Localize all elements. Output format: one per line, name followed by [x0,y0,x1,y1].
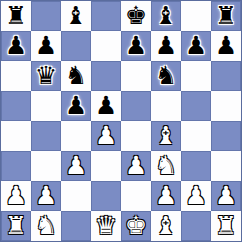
square-a5[interactable] [1,91,31,121]
square-f6[interactable]: ♞ [151,61,181,91]
square-e4[interactable] [121,121,151,151]
black-pawn-e7: ♟ [125,31,147,61]
square-c2[interactable] [61,181,91,211]
square-f1[interactable]: ♝ [151,211,181,241]
square-h5[interactable] [211,91,241,121]
black-pawn-b7: ♟ [35,31,57,61]
black-queen-b6: ♛ [35,61,57,91]
white-pawn-c3: ♟ [65,151,87,181]
square-f3[interactable]: ♞ [151,151,181,181]
square-c6[interactable]: ♞ [61,61,91,91]
square-b5[interactable] [31,91,61,121]
square-c8[interactable]: ♝ [61,1,91,31]
square-g3[interactable] [181,151,211,181]
square-c1[interactable] [61,211,91,241]
square-b8[interactable] [31,1,61,31]
black-pawn-h7: ♟ [215,31,237,61]
square-c5[interactable]: ♟ [61,91,91,121]
square-f4[interactable]: ♝ [151,121,181,151]
white-pawn-e3: ♟ [125,151,147,181]
square-a8[interactable]: ♜ [1,1,31,31]
square-b4[interactable] [31,121,61,151]
black-king-e8: ♚ [125,1,147,31]
white-pawn-b2: ♟ [35,181,57,211]
white-king-e1: ♚ [125,211,147,241]
square-d5[interactable]: ♟ [91,91,121,121]
square-f5[interactable] [151,91,181,121]
square-g1[interactable] [181,211,211,241]
square-d7[interactable] [91,31,121,61]
square-d2[interactable] [91,181,121,211]
black-pawn-g7: ♟ [185,31,207,61]
square-a2[interactable]: ♟ [1,181,31,211]
square-h8[interactable]: ♜ [211,1,241,31]
black-knight-c6: ♞ [65,61,87,91]
black-bishop-c8: ♝ [65,1,87,31]
square-a6[interactable] [1,61,31,91]
square-g6[interactable] [181,61,211,91]
square-b6[interactable]: ♛ [31,61,61,91]
square-g2[interactable]: ♟ [181,181,211,211]
square-e7[interactable]: ♟ [121,31,151,61]
square-h6[interactable] [211,61,241,91]
square-h1[interactable]: ♜ [211,211,241,241]
white-queen-d1: ♛ [95,211,117,241]
square-a3[interactable] [1,151,31,181]
square-a1[interactable]: ♜ [1,211,31,241]
square-c7[interactable] [61,31,91,61]
black-pawn-c5: ♟ [65,91,87,121]
square-d3[interactable] [91,151,121,181]
square-f2[interactable]: ♟ [151,181,181,211]
chess-board-grid: ♜♝♚♝♜♟♟♟♟♟♟♛♞♞♟♟♟♝♟♟♞♟♟♟♟♟♜♞♛♚♝♜ [1,1,241,241]
square-e5[interactable] [121,91,151,121]
square-c4[interactable] [61,121,91,151]
square-b2[interactable]: ♟ [31,181,61,211]
square-a7[interactable]: ♟ [1,31,31,61]
square-d6[interactable] [91,61,121,91]
white-knight-b1: ♞ [35,211,57,241]
white-pawn-h2: ♟ [215,181,237,211]
square-e6[interactable] [121,61,151,91]
black-bishop-f8: ♝ [155,1,177,31]
square-a4[interactable] [1,121,31,151]
white-knight-f3: ♞ [155,151,177,181]
black-pawn-a7: ♟ [5,31,27,61]
white-pawn-a2: ♟ [5,181,27,211]
square-g7[interactable]: ♟ [181,31,211,61]
square-b3[interactable] [31,151,61,181]
square-f8[interactable]: ♝ [151,1,181,31]
square-h3[interactable] [211,151,241,181]
white-rook-h1: ♜ [215,211,237,241]
white-pawn-f2: ♟ [155,181,177,211]
black-pawn-d5: ♟ [95,91,117,121]
black-rook-a8: ♜ [5,1,27,31]
square-h4[interactable] [211,121,241,151]
white-bishop-f4: ♝ [155,121,177,151]
square-d1[interactable]: ♛ [91,211,121,241]
square-h2[interactable]: ♟ [211,181,241,211]
black-pawn-f7: ♟ [155,31,177,61]
black-rook-h8: ♜ [215,1,237,31]
square-g4[interactable] [181,121,211,151]
square-e8[interactable]: ♚ [121,1,151,31]
white-pawn-g2: ♟ [185,181,207,211]
square-b1[interactable]: ♞ [31,211,61,241]
white-pawn-d4: ♟ [95,121,117,151]
chess-board: ♜♝♚♝♜♟♟♟♟♟♟♛♞♞♟♟♟♝♟♟♞♟♟♟♟♟♜♞♛♚♝♜ [0,0,242,242]
black-knight-f6: ♞ [155,61,177,91]
square-d4[interactable]: ♟ [91,121,121,151]
square-f7[interactable]: ♟ [151,31,181,61]
square-g8[interactable] [181,1,211,31]
white-rook-a1: ♜ [5,211,27,241]
square-g5[interactable] [181,91,211,121]
white-bishop-f1: ♝ [155,211,177,241]
square-e3[interactable]: ♟ [121,151,151,181]
square-e1[interactable]: ♚ [121,211,151,241]
square-c3[interactable]: ♟ [61,151,91,181]
square-d8[interactable] [91,1,121,31]
square-e2[interactable] [121,181,151,211]
square-b7[interactable]: ♟ [31,31,61,61]
square-h7[interactable]: ♟ [211,31,241,61]
